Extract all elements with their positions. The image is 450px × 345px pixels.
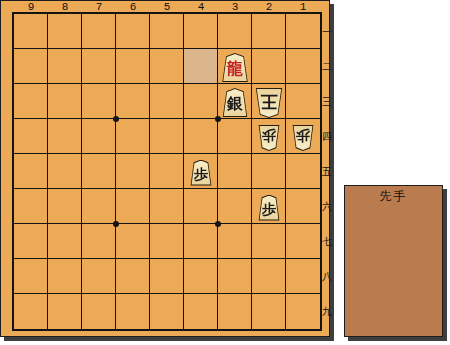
square-2-1[interactable]: [252, 14, 286, 49]
square-7-2[interactable]: [82, 49, 116, 84]
square-2-5[interactable]: [252, 154, 286, 189]
square-5-1[interactable]: [150, 14, 184, 49]
shogi-diagram: 987654321 一二三四五六七八九 龍銀王歩歩歩歩 先手: [0, 0, 450, 345]
square-7-4[interactable]: [82, 119, 116, 154]
square-7-8[interactable]: [82, 259, 116, 294]
square-3-9[interactable]: [218, 294, 252, 329]
rank-label-2: 二: [321, 49, 333, 84]
square-2-9[interactable]: [252, 294, 286, 329]
sente-hand-label: 先手: [345, 186, 442, 205]
square-9-1[interactable]: [14, 14, 48, 49]
rank-label-4: 四: [321, 119, 333, 154]
square-4-4[interactable]: [184, 119, 218, 154]
square-4-2-highlighted[interactable]: [184, 49, 218, 84]
square-8-6[interactable]: [48, 189, 82, 224]
square-1-5[interactable]: [286, 154, 320, 189]
square-5-2[interactable]: [150, 49, 184, 84]
piece-face: 銀: [223, 89, 247, 116]
square-1-6[interactable]: [286, 189, 320, 224]
board-panel: 987654321 一二三四五六七八九 龍銀王歩歩歩歩: [0, 0, 330, 337]
square-5-7[interactable]: [150, 224, 184, 259]
square-8-2[interactable]: [48, 49, 82, 84]
square-9-3[interactable]: [14, 84, 48, 119]
square-1-7[interactable]: [286, 224, 320, 259]
square-1-9[interactable]: [286, 294, 320, 329]
square-9-2[interactable]: [14, 49, 48, 84]
square-1-3[interactable]: [286, 84, 320, 119]
square-5-6[interactable]: [150, 189, 184, 224]
square-6-2[interactable]: [116, 49, 150, 84]
square-5-4[interactable]: [150, 119, 184, 154]
piece-face: 歩: [259, 126, 279, 150]
square-4-6[interactable]: [184, 189, 218, 224]
square-1-2[interactable]: [286, 49, 320, 84]
hoshi-dot: [113, 116, 119, 122]
square-6-8[interactable]: [116, 259, 150, 294]
square-3-8[interactable]: [218, 259, 252, 294]
rank-label-3: 三: [321, 84, 333, 119]
hoshi-dot: [113, 221, 119, 227]
square-9-5[interactable]: [14, 154, 48, 189]
square-9-6[interactable]: [14, 189, 48, 224]
piece-face: 王: [256, 89, 282, 117]
rank-label-1: 一: [321, 14, 333, 49]
square-4-8[interactable]: [184, 259, 218, 294]
piece-glyph-歩: 歩: [262, 199, 276, 216]
piece-glyph-龍: 龍: [227, 58, 243, 77]
piece-glyph-歩: 歩: [262, 129, 276, 146]
rank-label-5: 五: [321, 154, 333, 189]
rank-label-8: 八: [321, 259, 333, 294]
square-9-4[interactable]: [14, 119, 48, 154]
square-7-5[interactable]: [82, 154, 116, 189]
square-8-7[interactable]: [48, 224, 82, 259]
rank-label-6: 六: [321, 189, 333, 224]
rank-labels: 一二三四五六七八九: [321, 14, 333, 329]
square-7-6[interactable]: [82, 189, 116, 224]
piece-glyph-歩: 歩: [194, 164, 208, 181]
square-8-9[interactable]: [48, 294, 82, 329]
square-9-8[interactable]: [14, 259, 48, 294]
square-3-4[interactable]: [218, 119, 252, 154]
square-5-8[interactable]: [150, 259, 184, 294]
square-1-1[interactable]: [286, 14, 320, 49]
square-6-4[interactable]: [116, 119, 150, 154]
square-6-6[interactable]: [116, 189, 150, 224]
square-8-4[interactable]: [48, 119, 82, 154]
piece-face: 歩: [293, 126, 313, 150]
square-4-9[interactable]: [184, 294, 218, 329]
square-6-7[interactable]: [116, 224, 150, 259]
square-8-5[interactable]: [48, 154, 82, 189]
square-5-9[interactable]: [150, 294, 184, 329]
square-3-6[interactable]: [218, 189, 252, 224]
square-5-5[interactable]: [150, 154, 184, 189]
square-9-7[interactable]: [14, 224, 48, 259]
square-3-7[interactable]: [218, 224, 252, 259]
hoshi-dot: [215, 116, 221, 122]
rank-label-7: 七: [321, 224, 333, 259]
piece-glyph-王: 王: [261, 93, 278, 113]
square-2-7[interactable]: [252, 224, 286, 259]
square-1-8[interactable]: [286, 259, 320, 294]
hoshi-dot: [215, 221, 221, 227]
square-7-9[interactable]: [82, 294, 116, 329]
rank-label-9: 九: [321, 294, 333, 329]
piece-face: 歩: [191, 161, 211, 185]
square-5-3[interactable]: [150, 84, 184, 119]
square-6-5[interactable]: [116, 154, 150, 189]
square-3-1[interactable]: [218, 14, 252, 49]
square-8-1[interactable]: [48, 14, 82, 49]
square-6-9[interactable]: [116, 294, 150, 329]
board-squares: [14, 14, 320, 329]
square-4-3[interactable]: [184, 84, 218, 119]
square-8-3[interactable]: [48, 84, 82, 119]
square-7-7[interactable]: [82, 224, 116, 259]
board-grid: 龍銀王歩歩歩歩: [12, 12, 322, 331]
square-7-1[interactable]: [82, 14, 116, 49]
square-9-9[interactable]: [14, 294, 48, 329]
square-6-1[interactable]: [116, 14, 150, 49]
piece-glyph-歩: 歩: [296, 129, 310, 146]
square-8-8[interactable]: [48, 259, 82, 294]
square-4-7[interactable]: [184, 224, 218, 259]
square-4-1[interactable]: [184, 14, 218, 49]
piece-face: 龍: [223, 54, 248, 81]
piece-face: 歩: [259, 196, 279, 220]
square-6-3[interactable]: [116, 84, 150, 119]
sente-hand-tray[interactable]: 先手: [344, 185, 443, 337]
square-3-5[interactable]: [218, 154, 252, 189]
square-7-3[interactable]: [82, 84, 116, 119]
square-2-2[interactable]: [252, 49, 286, 84]
square-2-8[interactable]: [252, 259, 286, 294]
piece-glyph-銀: 銀: [227, 93, 243, 112]
